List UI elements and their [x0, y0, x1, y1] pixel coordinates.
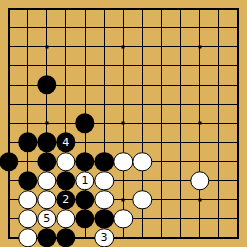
black-stone[interactable] [37, 228, 56, 247]
grid-line-vertical [218, 8, 219, 240]
white-stone[interactable] [37, 190, 56, 209]
white-stone[interactable] [18, 190, 37, 209]
move-number-label: 2 [62, 194, 69, 205]
black-stone[interactable]: 2 [56, 190, 75, 209]
star-point [198, 198, 201, 201]
white-stone[interactable] [114, 209, 133, 228]
black-stone[interactable] [75, 209, 94, 228]
black-stone[interactable] [37, 75, 56, 94]
white-stone[interactable] [133, 152, 152, 171]
black-stone[interactable] [56, 228, 75, 247]
black-stone[interactable] [56, 171, 75, 190]
white-stone[interactable] [94, 190, 113, 209]
star-point [198, 45, 201, 48]
white-stone[interactable] [133, 190, 152, 209]
move-number-label: 1 [81, 175, 88, 186]
grid-line-vertical [161, 8, 162, 240]
white-stone[interactable] [18, 228, 37, 247]
star-point [122, 122, 125, 125]
white-stone[interactable] [56, 209, 75, 228]
white-stone[interactable]: 3 [94, 228, 113, 247]
star-point [122, 198, 125, 201]
go-diagram-canvas: 41253 [0, 0, 247, 247]
black-stone[interactable] [75, 114, 94, 133]
move-number-label: 4 [62, 137, 69, 148]
black-stone[interactable] [75, 152, 94, 171]
white-stone[interactable] [114, 152, 133, 171]
white-stone[interactable]: 5 [37, 209, 56, 228]
white-stone[interactable] [190, 171, 209, 190]
black-stone[interactable] [94, 152, 113, 171]
black-stone[interactable] [0, 152, 18, 171]
black-stone[interactable] [18, 133, 37, 152]
star-point [45, 122, 48, 125]
move-number-label: 5 [43, 213, 50, 224]
move-number-label: 3 [101, 232, 108, 243]
go-board[interactable]: 41253 [0, 0, 247, 247]
white-stone[interactable] [56, 152, 75, 171]
white-stone[interactable] [94, 171, 113, 190]
black-stone[interactable]: 4 [56, 133, 75, 152]
black-stone[interactable] [18, 171, 37, 190]
white-stone[interactable] [18, 209, 37, 228]
white-stone[interactable] [37, 171, 56, 190]
black-stone[interactable] [37, 133, 56, 152]
black-stone[interactable] [94, 209, 113, 228]
star-point [198, 122, 201, 125]
grid-line-vertical [180, 8, 181, 240]
white-stone[interactable]: 1 [75, 171, 94, 190]
star-point [122, 45, 125, 48]
grid-line-vertical [237, 8, 239, 240]
star-point [45, 45, 48, 48]
black-stone[interactable] [37, 152, 56, 171]
black-stone[interactable] [75, 190, 94, 209]
